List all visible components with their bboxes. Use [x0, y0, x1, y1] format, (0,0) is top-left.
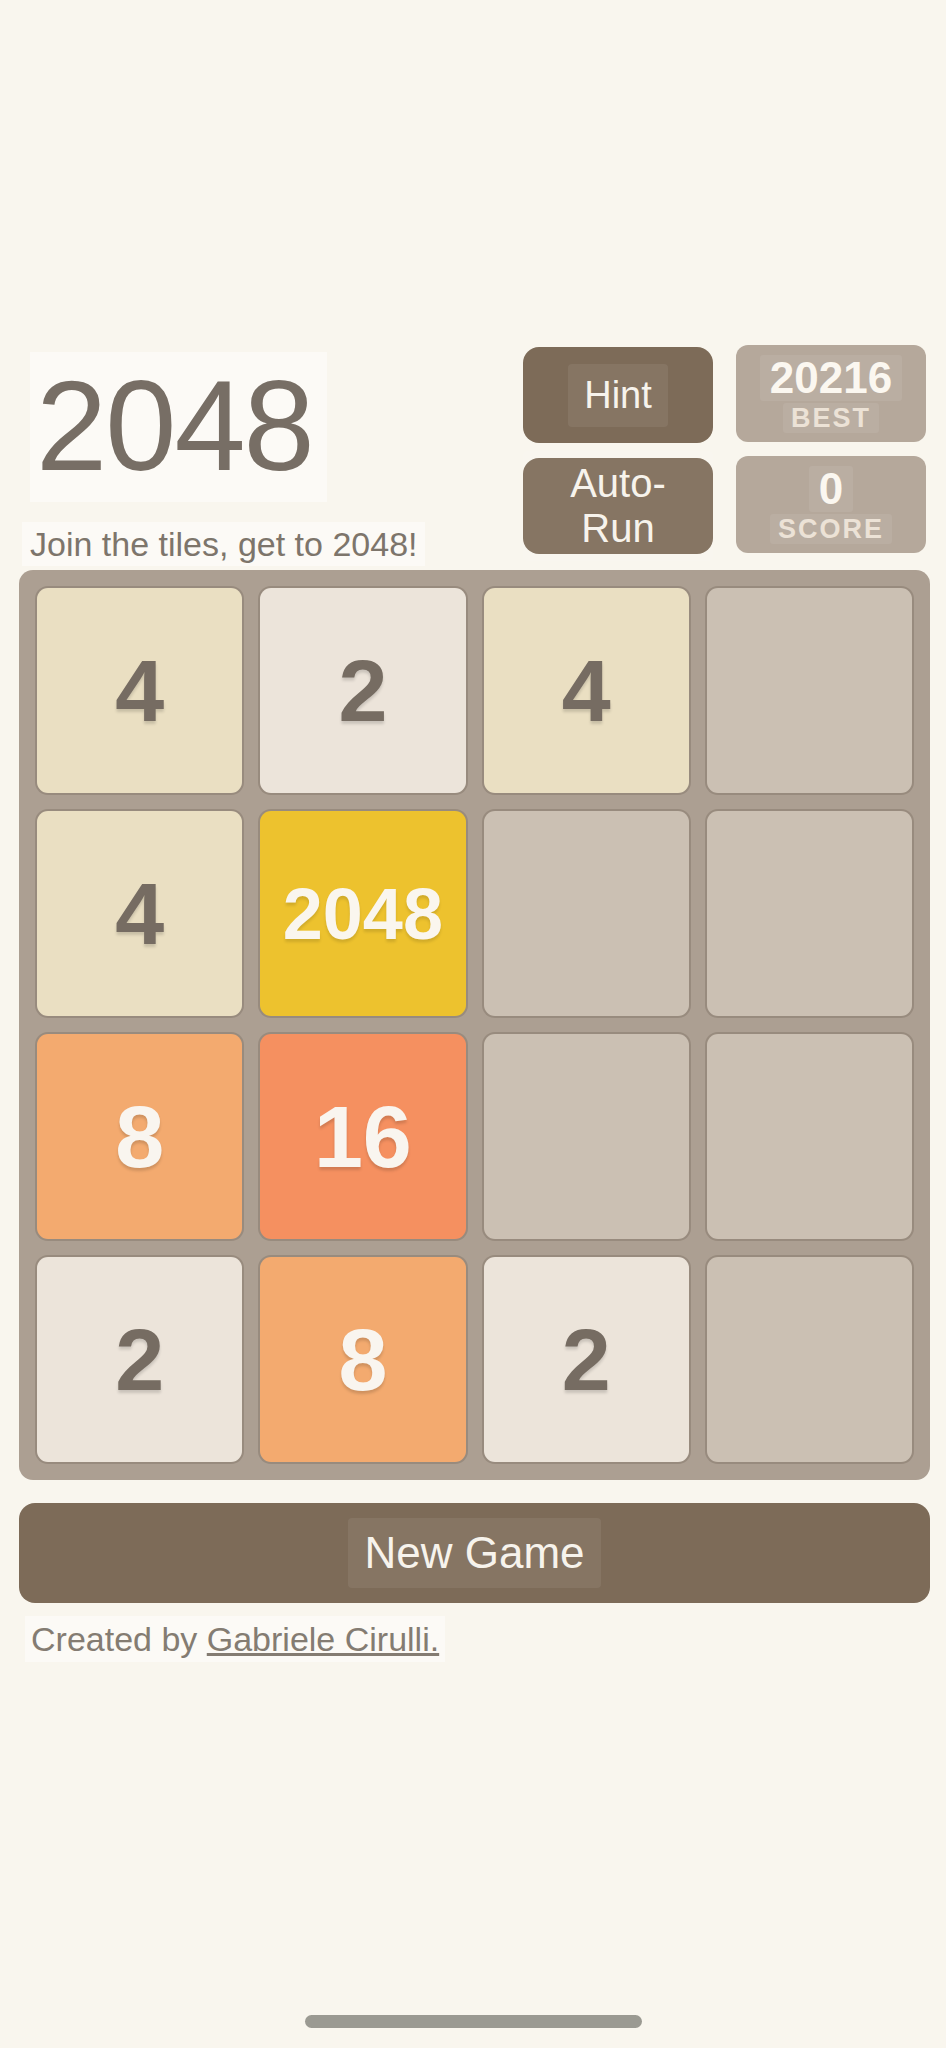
- new-game-button[interactable]: New Game: [19, 1503, 930, 1603]
- footer-credit-text: Created by: [31, 1620, 207, 1658]
- empty-cell-r2c3: [484, 811, 689, 1016]
- tile-2-r4c3: 2: [484, 1257, 689, 1462]
- game-board[interactable]: 42442048816282: [19, 570, 930, 1480]
- footer-credit: Created by Gabriele Cirulli.: [25, 1616, 445, 1662]
- current-score-value: 0: [809, 466, 853, 512]
- hint-button[interactable]: Hint: [523, 347, 713, 443]
- page-title: 2048: [30, 352, 327, 502]
- tile-2-r1c2: 2: [260, 588, 465, 793]
- current-score-box: 0 SCORE: [736, 456, 926, 553]
- auto-run-button[interactable]: Auto-Run: [523, 458, 713, 554]
- tile-2-r4c1: 2: [37, 1257, 242, 1462]
- best-score-label: BEST: [783, 403, 879, 433]
- tile-8-r4c2: 8: [260, 1257, 465, 1462]
- empty-cell-r4c4: [707, 1257, 912, 1462]
- empty-cell-r1c4: [707, 588, 912, 793]
- new-game-button-label: New Game: [348, 1518, 600, 1588]
- tile-2048-r2c2: 2048: [260, 811, 465, 1016]
- tile-16-r3c2: 16: [260, 1034, 465, 1239]
- home-indicator[interactable]: [305, 2015, 642, 2028]
- tile-4-r2c1: 4: [37, 811, 242, 1016]
- author-link[interactable]: Gabriele Cirulli.: [207, 1620, 439, 1658]
- subtitle: Join the tiles, get to 2048!: [22, 522, 425, 566]
- auto-run-button-label: Auto-Run: [523, 451, 713, 561]
- tile-4-r1c1: 4: [37, 588, 242, 793]
- empty-cell-r3c4: [707, 1034, 912, 1239]
- hint-button-label: Hint: [568, 364, 668, 427]
- tile-8-r3c1: 8: [37, 1034, 242, 1239]
- empty-cell-r2c4: [707, 811, 912, 1016]
- current-score-label: SCORE: [770, 514, 892, 544]
- empty-cell-r3c3: [484, 1034, 689, 1239]
- tile-4-r1c3: 4: [484, 588, 689, 793]
- best-score-box: 20216 BEST: [736, 345, 926, 442]
- best-score-value: 20216: [760, 355, 902, 401]
